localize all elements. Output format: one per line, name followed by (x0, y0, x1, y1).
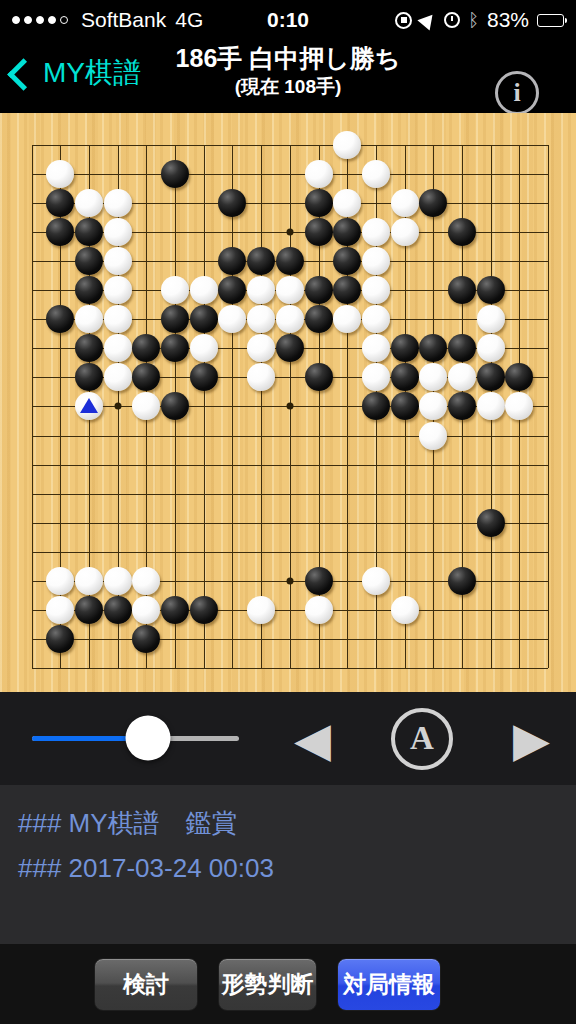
stone-black (448, 567, 476, 595)
stone-white (362, 363, 390, 391)
stone-black (75, 596, 103, 624)
stone-black (477, 276, 505, 304)
stone-black (305, 218, 333, 246)
stone-black (190, 363, 218, 391)
playback-controls: ◀ A ▶ (0, 692, 576, 785)
stone-black (190, 596, 218, 624)
nav-buttons: ◀ A ▶ (294, 692, 550, 785)
stone-white (448, 363, 476, 391)
stone-black (46, 625, 74, 653)
stone-white (132, 596, 160, 624)
battery-icon (537, 14, 564, 27)
stone-white (362, 247, 390, 275)
stone-white (104, 334, 132, 362)
stone-white (104, 567, 132, 595)
stone-black (161, 596, 189, 624)
stone-black (305, 363, 333, 391)
status-left: SoftBank 4G (12, 8, 203, 32)
stone-black (132, 334, 160, 362)
signal-dot (12, 16, 20, 24)
stone-white (104, 276, 132, 304)
stone-black (448, 334, 476, 362)
stone-white (333, 305, 361, 333)
status-right: ᛒ 83% (395, 8, 564, 32)
stone-white (419, 392, 447, 420)
stone-black (46, 189, 74, 217)
kifu-comment-area: ### MY棋譜 鑑賞 ### 2017-03-24 00:03 (0, 785, 576, 944)
stone-black (419, 189, 447, 217)
stone-black (104, 596, 132, 624)
stone-white (46, 567, 74, 595)
stone-white (104, 189, 132, 217)
stone-white (104, 247, 132, 275)
autoplay-button[interactable]: A (391, 708, 453, 770)
move-slider[interactable] (32, 692, 239, 785)
info-button[interactable]: i (495, 71, 539, 115)
last-move-marker (80, 398, 98, 413)
stone-black (276, 247, 304, 275)
grid-line (32, 552, 548, 553)
stone-black (161, 305, 189, 333)
stone-white (247, 596, 275, 624)
stone-white (362, 218, 390, 246)
stone-black (333, 247, 361, 275)
stone-white (190, 276, 218, 304)
stone-white (75, 305, 103, 333)
slider-thumb[interactable] (125, 716, 170, 761)
stone-white (305, 160, 333, 188)
stone-white (247, 334, 275, 362)
grid-line (32, 668, 548, 669)
stone-black (419, 334, 447, 362)
stone-white (362, 567, 390, 595)
stone-white (477, 334, 505, 362)
stone-white (419, 363, 447, 391)
carrier-label: SoftBank (81, 8, 166, 32)
stone-black (75, 363, 103, 391)
game-result-title: 186手 白中押し勝ち (123, 42, 453, 74)
grid-line (32, 436, 548, 437)
stone-white (104, 305, 132, 333)
stone-white (477, 392, 505, 420)
grid-line (32, 465, 548, 466)
stone-white (333, 189, 361, 217)
stone-white (391, 596, 419, 624)
stone-black (391, 392, 419, 420)
stone-black (305, 276, 333, 304)
stone-black (161, 392, 189, 420)
signal-dot (24, 16, 32, 24)
signal-dot (36, 16, 44, 24)
stone-white (46, 596, 74, 624)
stone-white (391, 189, 419, 217)
bluetooth-icon: ᛒ (468, 11, 479, 29)
grid-line (548, 145, 549, 668)
stone-black (333, 276, 361, 304)
stone-white (362, 334, 390, 362)
stone-black (505, 363, 533, 391)
rotation-lock-icon (395, 12, 412, 29)
star-point (286, 577, 293, 584)
stone-black (247, 247, 275, 275)
game-info-button[interactable]: 対局情報 (337, 958, 441, 1011)
stone-white (161, 276, 189, 304)
stone-black (218, 276, 246, 304)
stone-white (104, 218, 132, 246)
star-point (286, 229, 293, 236)
nav-bar: MY棋譜 186手 白中押し勝ち (現在 108手) i (0, 40, 576, 113)
signal-dot (60, 16, 68, 24)
stone-white (391, 218, 419, 246)
stone-white (247, 276, 275, 304)
comment-line-2: ### 2017-03-24 00:03 (18, 846, 558, 891)
stone-black (132, 363, 160, 391)
stone-white (75, 567, 103, 595)
stone-black (477, 363, 505, 391)
stone-black (305, 189, 333, 217)
stone-white (362, 276, 390, 304)
bottom-bar: 検討 形勢判断 対局情報 (0, 944, 576, 1024)
stone-black (448, 218, 476, 246)
stone-black (161, 334, 189, 362)
stone-black (477, 509, 505, 537)
autoplay-icon: A (410, 722, 434, 755)
stone-white (362, 160, 390, 188)
stone-white (276, 276, 304, 304)
stone-black (75, 218, 103, 246)
stone-black (448, 276, 476, 304)
stone-white (276, 305, 304, 333)
location-icon (418, 9, 439, 30)
info-icon: i (513, 80, 520, 106)
comment-line-1: ### MY棋譜 鑑賞 (18, 801, 558, 846)
stone-white (218, 305, 246, 333)
page-title: 186手 白中押し勝ち (現在 108手) (123, 42, 453, 100)
stone-black (276, 334, 304, 362)
stone-black (161, 160, 189, 188)
grid-line (32, 639, 548, 640)
stone-white (190, 334, 218, 362)
stone-white (333, 131, 361, 159)
stone-black (362, 392, 390, 420)
stone-black (391, 363, 419, 391)
stone-white (104, 363, 132, 391)
alarm-icon (444, 12, 460, 28)
stone-black (333, 218, 361, 246)
stone-black (218, 247, 246, 275)
stone-white (46, 160, 74, 188)
stone-white (247, 363, 275, 391)
grid-line (32, 523, 548, 524)
stone-black (75, 247, 103, 275)
stone-black (448, 392, 476, 420)
stone-black (305, 305, 333, 333)
status-bar: SoftBank 4G 0:10 ᛒ 83% (0, 0, 576, 40)
stone-white (75, 189, 103, 217)
stone-white (477, 305, 505, 333)
review-button[interactable]: 検討 (94, 958, 198, 1011)
network-label: 4G (175, 8, 203, 32)
stone-black (75, 276, 103, 304)
stone-white (132, 392, 160, 420)
back-chevron-icon (7, 58, 40, 91)
stone-black (75, 334, 103, 362)
current-move-subtitle: (現在 108手) (123, 74, 453, 100)
stone-black (132, 625, 160, 653)
previous-move-button[interactable]: ◀ (294, 715, 331, 763)
stone-black (46, 218, 74, 246)
position-judge-button[interactable]: 形勢判断 (218, 958, 317, 1011)
stone-white (247, 305, 275, 333)
stone-white (305, 596, 333, 624)
star-point (286, 403, 293, 410)
grid-line (32, 494, 548, 495)
stone-white (505, 392, 533, 420)
next-move-button[interactable]: ▶ (513, 715, 550, 763)
stone-white (362, 305, 390, 333)
clock-label: 0:10 (267, 8, 309, 32)
stone-black (391, 334, 419, 362)
signal-strength-icon (12, 16, 68, 24)
battery-percent-label: 83% (487, 8, 529, 32)
stone-black (190, 305, 218, 333)
signal-dot (48, 16, 56, 24)
stone-white (419, 422, 447, 450)
stone-black (218, 189, 246, 217)
app-screen: SoftBank 4G 0:10 ᛒ 83% MY棋譜 186手 白中押し勝ち … (0, 0, 576, 1024)
back-button[interactable]: MY棋譜 (12, 54, 141, 92)
stone-black (46, 305, 74, 333)
stone-white (132, 567, 160, 595)
star-point (114, 403, 121, 410)
stone-black (305, 567, 333, 595)
go-board[interactable] (0, 113, 576, 692)
